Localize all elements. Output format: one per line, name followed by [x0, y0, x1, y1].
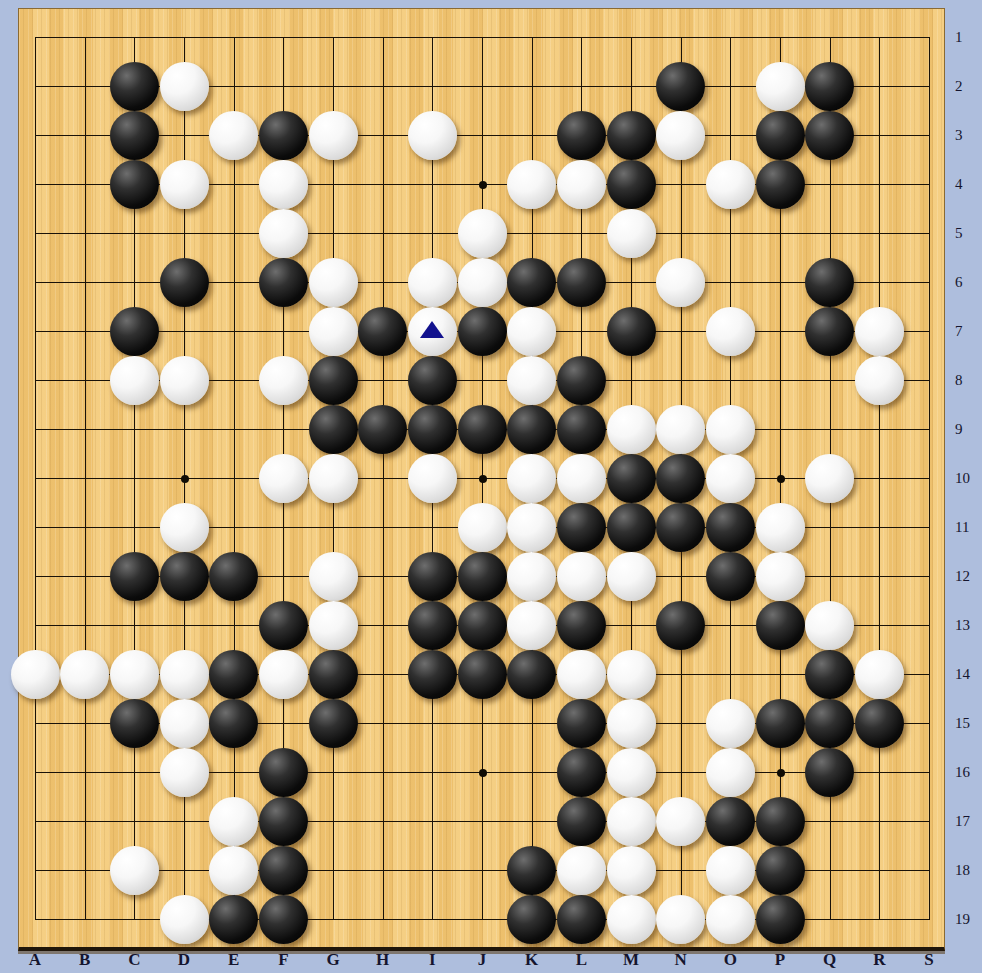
white-stone: [160, 748, 209, 797]
black-stone: [756, 699, 805, 748]
black-stone: [110, 307, 159, 356]
grid-vertical-line: [929, 37, 930, 920]
black-stone: [259, 895, 308, 944]
black-stone: [209, 895, 258, 944]
black-stone: [507, 846, 556, 895]
white-stone: [458, 503, 507, 552]
black-stone: [507, 895, 556, 944]
black-stone: [507, 405, 556, 454]
black-stone: [656, 62, 705, 111]
white-stone: [458, 258, 507, 307]
white-stone: [656, 258, 705, 307]
row-label: 2: [955, 78, 963, 95]
white-stone: [507, 356, 556, 405]
black-stone: [408, 650, 457, 699]
row-label: 3: [955, 127, 963, 144]
white-stone: [408, 111, 457, 160]
white-stone: [160, 650, 209, 699]
column-label: P: [775, 950, 785, 970]
column-label: F: [278, 950, 288, 970]
column-label: O: [724, 950, 737, 970]
white-stone: [259, 650, 308, 699]
black-stone: [805, 258, 854, 307]
black-stone: [607, 160, 656, 209]
row-label: 18: [955, 862, 970, 879]
black-stone: [607, 454, 656, 503]
white-stone: [805, 601, 854, 650]
black-stone: [408, 601, 457, 650]
go-app-window: ABCDEFGHIJKLMNOPQRS123456789101112131415…: [0, 0, 982, 973]
white-stone: [607, 650, 656, 699]
black-stone: [259, 748, 308, 797]
white-stone: [557, 552, 606, 601]
column-label: Q: [823, 950, 836, 970]
row-label: 17: [955, 813, 970, 830]
black-stone: [110, 62, 159, 111]
white-stone: [805, 454, 854, 503]
row-label: 10: [955, 470, 970, 487]
white-stone: [209, 111, 258, 160]
black-stone: [110, 111, 159, 160]
black-stone: [756, 797, 805, 846]
white-stone: [855, 356, 904, 405]
white-stone: [855, 307, 904, 356]
white-stone: [607, 895, 656, 944]
black-stone: [557, 797, 606, 846]
row-label: 9: [955, 421, 963, 438]
grid-vertical-line: [879, 37, 880, 920]
white-stone: [160, 62, 209, 111]
black-stone: [557, 356, 606, 405]
column-label: N: [675, 950, 687, 970]
white-stone: [458, 209, 507, 258]
white-stone: [756, 552, 805, 601]
black-stone: [557, 699, 606, 748]
white-stone: [110, 650, 159, 699]
white-stone: [209, 797, 258, 846]
last-move-triangle-marker: [420, 321, 444, 338]
white-stone: [507, 601, 556, 650]
white-stone: [557, 454, 606, 503]
black-stone: [607, 111, 656, 160]
black-stone: [458, 601, 507, 650]
row-label: 4: [955, 176, 963, 193]
white-stone: [557, 160, 606, 209]
white-stone: [706, 454, 755, 503]
row-label: 7: [955, 323, 963, 340]
black-stone: [408, 552, 457, 601]
column-label: J: [478, 950, 487, 970]
white-stone: [259, 160, 308, 209]
star-point: [777, 475, 785, 483]
row-label: 6: [955, 274, 963, 291]
black-stone: [458, 307, 507, 356]
white-stone: [756, 503, 805, 552]
black-stone: [805, 307, 854, 356]
black-stone: [160, 258, 209, 307]
black-stone: [358, 307, 407, 356]
white-stone: [706, 748, 755, 797]
white-stone: [656, 111, 705, 160]
white-stone: [309, 111, 358, 160]
black-stone: [309, 356, 358, 405]
column-label: L: [576, 950, 587, 970]
black-stone: [557, 748, 606, 797]
column-label: G: [326, 950, 339, 970]
white-stone: [160, 503, 209, 552]
black-stone: [259, 111, 308, 160]
column-label: A: [29, 950, 41, 970]
white-stone: [507, 160, 556, 209]
column-label: S: [924, 950, 933, 970]
white-stone: [110, 356, 159, 405]
white-stone: [507, 454, 556, 503]
white-stone: [408, 454, 457, 503]
black-stone: [458, 552, 507, 601]
row-label: 19: [955, 911, 970, 928]
black-stone: [557, 258, 606, 307]
black-stone: [110, 160, 159, 209]
white-stone: [607, 797, 656, 846]
white-stone: [507, 552, 556, 601]
row-label: 15: [955, 715, 970, 732]
white-stone: [309, 307, 358, 356]
black-stone: [557, 895, 606, 944]
white-stone: [160, 699, 209, 748]
black-stone: [507, 650, 556, 699]
white-stone: [557, 846, 606, 895]
black-stone: [805, 699, 854, 748]
black-stone: [259, 258, 308, 307]
white-stone: [706, 160, 755, 209]
row-label: 13: [955, 617, 970, 634]
white-stone: [309, 601, 358, 650]
white-stone: [656, 405, 705, 454]
black-stone: [259, 601, 308, 650]
black-stone: [756, 846, 805, 895]
black-stone: [805, 650, 854, 699]
white-stone: [607, 846, 656, 895]
white-stone: [607, 552, 656, 601]
column-label: C: [128, 950, 140, 970]
white-stone: [209, 846, 258, 895]
column-label: D: [178, 950, 190, 970]
white-stone: [259, 209, 308, 258]
row-label: 11: [955, 519, 969, 536]
black-stone: [805, 111, 854, 160]
white-stone: [706, 307, 755, 356]
white-stone: [309, 454, 358, 503]
black-stone: [309, 699, 358, 748]
white-stone: [756, 62, 805, 111]
black-stone: [805, 748, 854, 797]
black-stone: [507, 258, 556, 307]
star-point: [479, 769, 487, 777]
black-stone: [110, 699, 159, 748]
black-stone: [259, 797, 308, 846]
black-stone: [557, 405, 606, 454]
row-label: 12: [955, 568, 970, 585]
white-stone: [656, 895, 705, 944]
white-stone: [706, 846, 755, 895]
column-label: R: [873, 950, 885, 970]
white-stone: [656, 797, 705, 846]
white-stone: [557, 650, 606, 699]
black-stone: [855, 699, 904, 748]
black-stone: [458, 650, 507, 699]
black-stone: [756, 111, 805, 160]
star-point: [479, 181, 487, 189]
black-stone: [309, 650, 358, 699]
column-label: B: [79, 950, 90, 970]
black-stone: [209, 699, 258, 748]
white-stone: [309, 258, 358, 307]
column-label: M: [623, 950, 639, 970]
white-stone: [706, 405, 755, 454]
white-stone: [607, 748, 656, 797]
star-point: [181, 475, 189, 483]
column-label: I: [429, 950, 436, 970]
white-stone: [160, 356, 209, 405]
black-stone: [706, 552, 755, 601]
black-stone: [756, 601, 805, 650]
black-stone: [110, 552, 159, 601]
star-point: [777, 769, 785, 777]
row-label: 14: [955, 666, 970, 683]
black-stone: [706, 503, 755, 552]
black-stone: [209, 552, 258, 601]
white-stone: [607, 405, 656, 454]
black-stone: [656, 454, 705, 503]
black-stone: [557, 503, 606, 552]
black-stone: [607, 307, 656, 356]
black-stone: [358, 405, 407, 454]
black-stone: [557, 601, 606, 650]
white-stone: [507, 307, 556, 356]
black-stone: [458, 405, 507, 454]
black-stone: [607, 503, 656, 552]
star-point: [479, 475, 487, 483]
white-stone: [408, 258, 457, 307]
white-stone: [507, 503, 556, 552]
row-label: 16: [955, 764, 970, 781]
black-stone: [756, 895, 805, 944]
black-stone: [656, 601, 705, 650]
column-label: K: [525, 950, 538, 970]
white-stone: [706, 699, 755, 748]
row-label: 1: [955, 29, 963, 46]
black-stone: [408, 405, 457, 454]
row-label: 8: [955, 372, 963, 389]
white-stone: [60, 650, 109, 699]
black-stone: [706, 797, 755, 846]
column-label: E: [228, 950, 239, 970]
white-stone: [309, 552, 358, 601]
black-stone: [756, 160, 805, 209]
white-stone: [855, 650, 904, 699]
black-stone: [160, 552, 209, 601]
black-stone: [656, 503, 705, 552]
column-label: H: [376, 950, 389, 970]
white-stone: [160, 895, 209, 944]
white-stone: [11, 650, 60, 699]
white-stone: [259, 356, 308, 405]
white-stone: [607, 209, 656, 258]
white-stone: [607, 699, 656, 748]
white-stone: [110, 846, 159, 895]
black-stone: [209, 650, 258, 699]
black-stone: [805, 62, 854, 111]
black-stone: [557, 111, 606, 160]
black-stone: [259, 846, 308, 895]
black-stone: [408, 356, 457, 405]
row-label: 5: [955, 225, 963, 242]
white-stone: [160, 160, 209, 209]
white-stone: [259, 454, 308, 503]
white-stone: [706, 895, 755, 944]
black-stone: [309, 405, 358, 454]
